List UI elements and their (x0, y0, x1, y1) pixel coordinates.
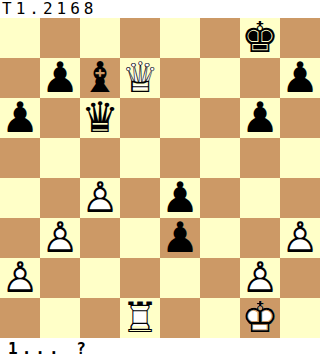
black-pawn-piece: ♟ (0, 98, 40, 138)
square-g6[interactable]: ♟ (240, 98, 280, 138)
move-prompt: 1... ? (0, 338, 320, 360)
square-a6[interactable]: ♟ (0, 98, 40, 138)
square-a1[interactable] (0, 298, 40, 338)
square-d8[interactable] (120, 18, 160, 58)
square-b2[interactable] (40, 258, 80, 298)
black-pawn-piece: ♟ (40, 58, 80, 98)
square-h6[interactable] (280, 98, 320, 138)
square-e7[interactable] (160, 58, 200, 98)
white-queen-fill: ♛ (120, 58, 160, 98)
square-h1[interactable] (280, 298, 320, 338)
square-c4[interactable]: ♟♙ (80, 178, 120, 218)
square-b8[interactable] (40, 18, 80, 58)
black-queen-piece: ♛ (80, 98, 120, 138)
square-c1[interactable] (80, 298, 120, 338)
square-d6[interactable] (120, 98, 160, 138)
square-e1[interactable] (160, 298, 200, 338)
square-f2[interactable] (200, 258, 240, 298)
square-f4[interactable] (200, 178, 240, 218)
square-c6[interactable]: ♛ (80, 98, 120, 138)
square-f6[interactable] (200, 98, 240, 138)
square-b6[interactable] (40, 98, 80, 138)
square-f5[interactable] (200, 138, 240, 178)
white-pawn-piece: ♙ (280, 218, 320, 258)
square-e4[interactable]: ♟ (160, 178, 200, 218)
square-f8[interactable] (200, 18, 240, 58)
white-pawn-fill: ♟ (0, 258, 40, 298)
white-pawn-piece: ♙ (40, 218, 80, 258)
chess-board: ♚♟♝♛♕♟♟♛♟♟♙♟♟♙♟♟♙♟♙♟♙♜♖♚♔ (0, 18, 320, 338)
square-c2[interactable] (80, 258, 120, 298)
black-bishop-piece: ♝ (80, 58, 120, 98)
white-rook-fill: ♜ (120, 298, 160, 338)
square-b3[interactable]: ♟♙ (40, 218, 80, 258)
puzzle-title: T1.2168 (0, 0, 320, 18)
white-pawn-piece: ♙ (240, 258, 280, 298)
square-h7[interactable]: ♟ (280, 58, 320, 98)
square-h5[interactable] (280, 138, 320, 178)
square-d7[interactable]: ♛♕ (120, 58, 160, 98)
white-pawn-piece: ♙ (0, 258, 40, 298)
square-d2[interactable] (120, 258, 160, 298)
square-a3[interactable] (0, 218, 40, 258)
white-pawn-piece: ♙ (80, 178, 120, 218)
square-b1[interactable] (40, 298, 80, 338)
square-g5[interactable] (240, 138, 280, 178)
square-f7[interactable] (200, 58, 240, 98)
square-d4[interactable] (120, 178, 160, 218)
square-c7[interactable]: ♝ (80, 58, 120, 98)
white-rook-piece: ♖ (120, 298, 160, 338)
square-h3[interactable]: ♟♙ (280, 218, 320, 258)
square-g8[interactable]: ♚ (240, 18, 280, 58)
square-c5[interactable] (80, 138, 120, 178)
chess-puzzle-app: T1.2168 ♚♟♝♛♕♟♟♛♟♟♙♟♟♙♟♟♙♟♙♟♙♜♖♚♔ 1... ? (0, 0, 320, 360)
square-g4[interactable] (240, 178, 280, 218)
white-queen-piece: ♕ (120, 58, 160, 98)
square-a7[interactable] (0, 58, 40, 98)
square-e6[interactable] (160, 98, 200, 138)
black-pawn-piece: ♟ (240, 98, 280, 138)
square-c8[interactable] (80, 18, 120, 58)
square-b4[interactable] (40, 178, 80, 218)
square-e3[interactable]: ♟ (160, 218, 200, 258)
square-g3[interactable] (240, 218, 280, 258)
black-pawn-piece: ♟ (280, 58, 320, 98)
square-d3[interactable] (120, 218, 160, 258)
square-c3[interactable] (80, 218, 120, 258)
square-d5[interactable] (120, 138, 160, 178)
square-f1[interactable] (200, 298, 240, 338)
square-e5[interactable] (160, 138, 200, 178)
white-king-piece: ♔ (240, 298, 280, 338)
square-d1[interactable]: ♜♖ (120, 298, 160, 338)
square-b7[interactable]: ♟ (40, 58, 80, 98)
square-h4[interactable] (280, 178, 320, 218)
square-e8[interactable] (160, 18, 200, 58)
square-f3[interactable] (200, 218, 240, 258)
square-h8[interactable] (280, 18, 320, 58)
square-b5[interactable] (40, 138, 80, 178)
white-pawn-fill: ♟ (40, 218, 80, 258)
square-a5[interactable] (0, 138, 40, 178)
white-pawn-fill: ♟ (240, 258, 280, 298)
black-pawn-piece: ♟ (160, 218, 200, 258)
white-pawn-fill: ♟ (280, 218, 320, 258)
square-a4[interactable] (0, 178, 40, 218)
square-g7[interactable] (240, 58, 280, 98)
square-g2[interactable]: ♟♙ (240, 258, 280, 298)
black-king-piece: ♚ (240, 18, 280, 58)
square-e2[interactable] (160, 258, 200, 298)
white-pawn-fill: ♟ (80, 178, 120, 218)
square-a2[interactable]: ♟♙ (0, 258, 40, 298)
white-king-fill: ♚ (240, 298, 280, 338)
black-pawn-piece: ♟ (160, 178, 200, 218)
square-g1[interactable]: ♚♔ (240, 298, 280, 338)
square-a8[interactable] (0, 18, 40, 58)
square-h2[interactable] (280, 258, 320, 298)
